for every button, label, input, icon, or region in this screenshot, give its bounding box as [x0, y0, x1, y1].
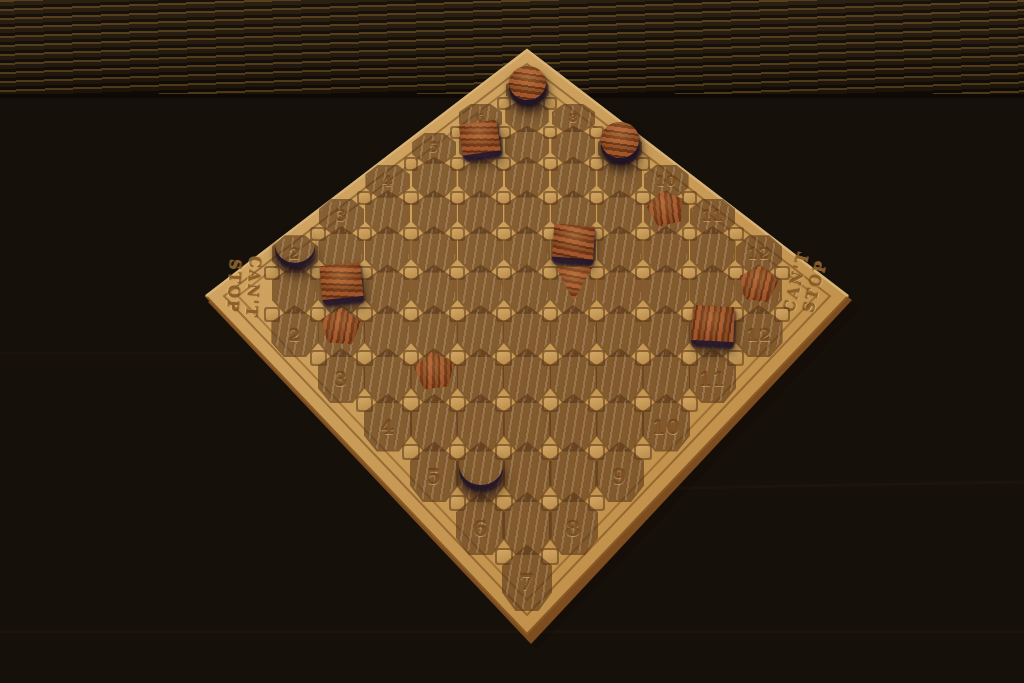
column-number-10: 10: [644, 173, 689, 189]
column-number-5: 5: [410, 465, 459, 489]
column-number-3: 3: [318, 369, 366, 390]
column-number-11: 11: [689, 369, 737, 390]
column-number-8: 8: [549, 516, 599, 541]
engraved-title-line2: STOP: [223, 258, 245, 313]
piece-circle-col7[interactable]: [509, 66, 546, 100]
column-number-10: 10: [642, 416, 690, 439]
column-number-8: 8: [552, 111, 596, 125]
piece-square-col8[interactable]: [552, 224, 595, 264]
column-number-12: 12: [736, 244, 782, 263]
piece-square-col3[interactable]: [319, 262, 364, 304]
column-number-6: 6: [456, 516, 506, 541]
column-number-7: 7: [502, 570, 552, 595]
column-number-3: 3: [319, 207, 364, 224]
column-number-2: 2: [271, 325, 318, 345]
column-number-11: 11: [690, 207, 735, 224]
column-number-4: 4: [364, 416, 412, 439]
piece-circle-col2[interactable]: [275, 225, 316, 262]
column-number-9: 9: [595, 465, 644, 489]
column-number-5: 5: [412, 140, 456, 155]
photo-canvas: 2233445566778899101011111212 CAN'T STOP …: [0, 0, 1024, 683]
piece-square-col6[interactable]: [459, 120, 502, 160]
engraved-title-left: CAN'T STOP: [222, 251, 264, 323]
column-number-12: 12: [735, 325, 782, 345]
piece-square-col11[interactable]: [691, 305, 735, 346]
